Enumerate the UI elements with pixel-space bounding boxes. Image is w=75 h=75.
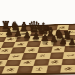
board-perspective-wrapper — [0, 23, 75, 75]
board-square — [46, 65, 62, 72]
chess-set-photo: ♜♞♝♛♚♝♞♜♟♟♟♟♟♟♟♟ — [0, 0, 75, 75]
board-square — [61, 65, 75, 73]
chess-board — [0, 23, 75, 75]
